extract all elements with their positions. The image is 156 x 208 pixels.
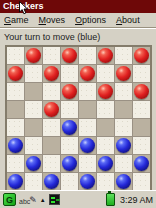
- square-b7[interactable]: [25, 65, 42, 82]
- square-f5[interactable]: [97, 101, 114, 118]
- menu-bar: Game Moves Options About: [0, 13, 156, 28]
- square-b2[interactable]: [25, 155, 42, 172]
- square-f7[interactable]: [97, 65, 114, 82]
- blue-piece[interactable]: [80, 174, 95, 189]
- input-method-icon[interactable]: abc✎: [19, 195, 37, 205]
- square-a1[interactable]: [7, 173, 24, 190]
- red-piece[interactable]: [44, 66, 59, 81]
- square-b5[interactable]: [25, 101, 42, 118]
- square-c3[interactable]: [43, 137, 60, 154]
- square-f2[interactable]: [97, 155, 114, 172]
- square-e6[interactable]: [79, 83, 96, 100]
- square-g5[interactable]: [115, 101, 132, 118]
- square-g8[interactable]: [115, 47, 132, 64]
- board: [5, 45, 152, 192]
- square-b3[interactable]: [25, 137, 42, 154]
- square-c2[interactable]: [43, 155, 60, 172]
- square-h8[interactable]: [133, 47, 150, 64]
- square-e5[interactable]: [79, 101, 96, 118]
- square-f3[interactable]: [97, 137, 114, 154]
- red-piece[interactable]: [134, 48, 149, 63]
- menu-moves[interactable]: Moves: [39, 15, 66, 25]
- square-g7[interactable]: [115, 65, 132, 82]
- square-h5[interactable]: [133, 101, 150, 118]
- square-a3[interactable]: [7, 137, 24, 154]
- blue-piece[interactable]: [62, 120, 77, 135]
- red-piece[interactable]: [98, 84, 113, 99]
- square-f8[interactable]: [97, 47, 114, 64]
- square-f6[interactable]: [97, 83, 114, 100]
- square-d6[interactable]: [61, 83, 78, 100]
- square-e4[interactable]: [79, 119, 96, 136]
- square-e7[interactable]: [79, 65, 96, 82]
- square-c4[interactable]: [43, 119, 60, 136]
- app-launcher-icon[interactable]: G: [3, 193, 16, 206]
- square-a5[interactable]: [7, 101, 24, 118]
- red-piece[interactable]: [134, 84, 149, 99]
- menu-about[interactable]: About: [116, 15, 140, 25]
- blue-piece[interactable]: [134, 156, 149, 171]
- square-h3[interactable]: [133, 137, 150, 154]
- square-a6[interactable]: [7, 83, 24, 100]
- blue-piece[interactable]: [98, 156, 113, 171]
- square-h1[interactable]: [133, 173, 150, 190]
- blue-piece[interactable]: [62, 156, 77, 171]
- blue-piece[interactable]: [116, 174, 131, 189]
- red-piece[interactable]: [26, 48, 41, 63]
- square-c6[interactable]: [43, 83, 60, 100]
- square-h4[interactable]: [133, 119, 150, 136]
- square-e2[interactable]: [79, 155, 96, 172]
- square-c5[interactable]: [43, 101, 60, 118]
- red-piece[interactable]: [80, 66, 95, 81]
- square-b6[interactable]: [25, 83, 42, 100]
- blue-piece[interactable]: [80, 138, 95, 153]
- taskbar: G abc✎ ▲ 3:29 AM: [0, 190, 156, 208]
- menu-game[interactable]: Game: [4, 15, 29, 25]
- square-a8[interactable]: [7, 47, 24, 64]
- square-d2[interactable]: [61, 155, 78, 172]
- status-bar: Your turn to move (blue): [0, 28, 156, 44]
- square-d5[interactable]: [61, 101, 78, 118]
- square-b8[interactable]: [25, 47, 42, 64]
- square-h2[interactable]: [133, 155, 150, 172]
- clock: 3:29 AM: [120, 195, 153, 205]
- square-d1[interactable]: [61, 173, 78, 190]
- red-piece[interactable]: [116, 66, 131, 81]
- input-panel-arrow-icon[interactable]: ▲: [40, 197, 46, 203]
- red-piece[interactable]: [62, 48, 77, 63]
- square-f1[interactable]: [97, 173, 114, 190]
- menu-options[interactable]: Options: [75, 15, 106, 25]
- square-d4[interactable]: [61, 119, 78, 136]
- blue-piece[interactable]: [116, 138, 131, 153]
- square-b1[interactable]: [25, 173, 42, 190]
- blue-piece[interactable]: [8, 174, 23, 189]
- console-tray-icon[interactable]: [49, 194, 60, 205]
- square-c8[interactable]: [43, 47, 60, 64]
- red-piece[interactable]: [8, 66, 23, 81]
- app-launcher-glyph: G: [6, 195, 13, 205]
- square-h6[interactable]: [133, 83, 150, 100]
- square-a7[interactable]: [7, 65, 24, 82]
- square-d7[interactable]: [61, 65, 78, 82]
- red-piece[interactable]: [44, 102, 59, 117]
- square-e8[interactable]: [79, 47, 96, 64]
- square-g3[interactable]: [115, 137, 132, 154]
- square-c7[interactable]: [43, 65, 60, 82]
- square-e3[interactable]: [79, 137, 96, 154]
- turn-status-text: Your turn to move (blue): [4, 32, 100, 42]
- square-g6[interactable]: [115, 83, 132, 100]
- blue-piece[interactable]: [26, 156, 41, 171]
- pencil-icon: ✎: [29, 195, 37, 205]
- red-piece[interactable]: [62, 84, 77, 99]
- blue-piece[interactable]: [8, 138, 23, 153]
- square-a2[interactable]: [7, 155, 24, 172]
- app-window: Checkers Game Moves Options About Your t…: [0, 0, 156, 208]
- square-g2[interactable]: [115, 155, 132, 172]
- square-h7[interactable]: [133, 65, 150, 82]
- arrow-glyph: ▲: [40, 197, 46, 203]
- square-e1[interactable]: [79, 173, 96, 190]
- mouse-cursor: [19, 1, 29, 15]
- red-piece[interactable]: [98, 48, 113, 63]
- square-f4[interactable]: [97, 119, 114, 136]
- square-b4[interactable]: [25, 119, 42, 136]
- blue-piece[interactable]: [44, 174, 59, 189]
- battery-icon: [106, 193, 115, 206]
- square-d8[interactable]: [61, 47, 78, 64]
- square-g1[interactable]: [115, 173, 132, 190]
- square-d3[interactable]: [61, 137, 78, 154]
- square-a4[interactable]: [7, 119, 24, 136]
- square-g4[interactable]: [115, 119, 132, 136]
- square-c1[interactable]: [43, 173, 60, 190]
